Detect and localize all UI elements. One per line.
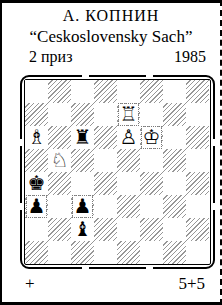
square-h1 <box>186 241 209 264</box>
year-label: 1985 <box>174 48 206 66</box>
square-c8 <box>71 80 94 103</box>
black-bishop: ♝ <box>74 219 92 240</box>
square-c1 <box>71 241 94 264</box>
frame-seam <box>19 139 22 146</box>
square-f4 <box>140 172 163 195</box>
square-g7 <box>163 103 186 126</box>
frame-seam <box>19 203 22 210</box>
award-row: 2 приз 1985 <box>2 47 220 66</box>
square-f1 <box>140 241 163 264</box>
square-e5 <box>117 149 140 172</box>
problem-card: А. КОПНИН “Ceskoslovensky Sach” 2 приз 1… <box>0 0 222 305</box>
square-c5 <box>71 149 94 172</box>
square-d8 <box>94 80 117 103</box>
frame-seam <box>82 267 89 270</box>
square-g8 <box>163 80 186 103</box>
square-h2 <box>186 218 209 241</box>
footer: + 5+5 <box>2 269 220 294</box>
square-b2 <box>48 218 71 241</box>
frame-seam <box>213 139 216 146</box>
white-king: ♔ <box>142 127 162 148</box>
square-a5 <box>25 149 48 172</box>
award-label: 2 приз <box>29 48 72 66</box>
square-g2 <box>163 218 186 241</box>
square-h4 <box>186 172 209 195</box>
square-g4 <box>163 172 186 195</box>
square-h5 <box>186 149 209 172</box>
white-rook: ♖ <box>119 104 139 125</box>
square-g6 <box>163 126 186 149</box>
square-e6: ♙ <box>117 126 140 149</box>
black-pawn: ♟ <box>27 196 47 217</box>
square-d5 <box>94 149 117 172</box>
square-b1 <box>48 241 71 264</box>
square-c4 <box>71 172 94 195</box>
square-c6: ♜ <box>71 126 94 149</box>
square-a8 <box>25 80 48 103</box>
stipulation-symbol: + <box>25 274 35 294</box>
square-e8 <box>117 80 140 103</box>
board-frame: ♖♗♜♙♔♘♚♟♟♝ <box>20 75 215 269</box>
square-h8 <box>186 80 209 103</box>
square-b6 <box>48 126 71 149</box>
square-a2 <box>25 218 48 241</box>
board-inner-frame: ♖♗♜♙♔♘♚♟♟♝ <box>24 79 211 265</box>
square-b7 <box>48 103 71 126</box>
square-h3 <box>186 195 209 218</box>
square-a4: ♚ <box>25 172 48 195</box>
square-b8 <box>48 80 71 103</box>
square-c7 <box>71 103 94 126</box>
square-d7 <box>94 103 117 126</box>
square-g3 <box>163 195 186 218</box>
square-a1 <box>25 241 48 264</box>
square-f7 <box>140 103 163 126</box>
square-e4 <box>117 172 140 195</box>
square-e2 <box>117 218 140 241</box>
black-pawn: ♟ <box>73 196 93 217</box>
square-a6: ♗ <box>25 126 48 149</box>
square-b5: ♘ <box>48 149 71 172</box>
square-f6: ♔ <box>140 126 163 149</box>
material-count: 5+5 <box>178 274 205 294</box>
board-grid: ♖♗♜♙♔♘♚♟♟♝ <box>25 80 209 264</box>
square-g1 <box>163 241 186 264</box>
square-e3 <box>117 195 140 218</box>
white-pawn: ♙ <box>120 127 138 148</box>
square-c2: ♝ <box>71 218 94 241</box>
square-f5 <box>140 149 163 172</box>
source-title: “Ceskoslovensky Sach” <box>2 27 220 47</box>
frame-seam <box>213 203 216 210</box>
square-g5 <box>163 149 186 172</box>
square-c3: ♟ <box>71 195 94 218</box>
square-d4 <box>94 172 117 195</box>
frame-seam <box>146 267 153 270</box>
square-d1 <box>94 241 117 264</box>
header: А. КОПНИН “Ceskoslovensky Sach” 2 приз 1… <box>2 7 220 66</box>
frame-seam <box>82 74 89 77</box>
square-f2 <box>140 218 163 241</box>
square-f8 <box>140 80 163 103</box>
square-d6 <box>94 126 117 149</box>
square-b3 <box>48 195 71 218</box>
square-e7: ♖ <box>117 103 140 126</box>
square-h7 <box>186 103 209 126</box>
chess-board: ♖♗♜♙♔♘♚♟♟♝ <box>20 75 215 269</box>
square-a3: ♟ <box>25 195 48 218</box>
square-e1 <box>117 241 140 264</box>
square-f3 <box>140 195 163 218</box>
black-rook: ♜ <box>74 127 92 148</box>
square-a7 <box>25 103 48 126</box>
square-d2 <box>94 218 117 241</box>
white-knight: ♘ <box>51 150 69 171</box>
white-bishop: ♗ <box>28 127 46 148</box>
square-h6 <box>186 126 209 149</box>
author-name: А. КОПНИН <box>2 7 220 25</box>
frame-seam <box>146 74 153 77</box>
black-king: ♚ <box>28 173 46 194</box>
square-b4 <box>48 172 71 195</box>
square-d3 <box>94 195 117 218</box>
